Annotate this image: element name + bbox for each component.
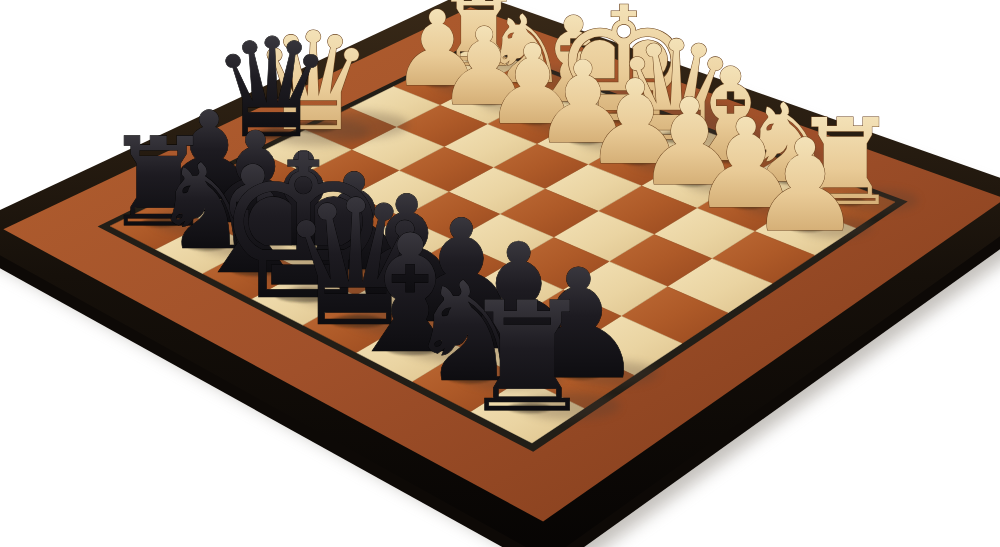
photo-stage: ♜♞♟♝♟♚♟♛♛♛♟♝♟♞♟♟♜♟♟♜♟♟♞♟♝♟♚♟♛♟♝♟♞♜: [0, 0, 1000, 547]
piece-black-rook-a8[interactable]: ♜: [459, 269, 595, 446]
piece-white-pawn-a2[interactable]: ♟: [748, 112, 862, 260]
chess-scene: ♜♞♟♝♟♚♟♛♛♛♟♝♟♞♟♟♜♟♟♜♟♟♞♟♝♟♚♟♛♟♝♟♞♜: [0, 0, 1000, 547]
